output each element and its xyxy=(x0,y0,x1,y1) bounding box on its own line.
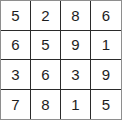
grid-cell-r2c3: 9 xyxy=(61,31,91,61)
grid-cell-r1c4: 6 xyxy=(91,1,121,31)
grid-cell-r1c1: 5 xyxy=(1,1,31,31)
grid-cell-r1c3: 8 xyxy=(61,1,91,31)
grid-cell-r4c4: 5 xyxy=(91,90,121,120)
number-grid-board: 5286659136397815 xyxy=(0,0,122,120)
grid-cell-r2c2: 5 xyxy=(31,31,61,61)
grid-cell-r1c2: 2 xyxy=(31,1,61,31)
grid-cell-r2c1: 6 xyxy=(1,31,31,61)
grid-cell-r4c3: 1 xyxy=(61,90,91,120)
grid-cell-r3c4: 9 xyxy=(91,60,121,90)
grid-cell-r4c2: 8 xyxy=(31,90,61,120)
grid-cell-r2c4: 1 xyxy=(91,31,121,61)
grid-cell-r4c1: 7 xyxy=(1,90,31,120)
grid-cell-r3c3: 3 xyxy=(61,60,91,90)
grid-cell-r3c1: 3 xyxy=(1,60,31,90)
grid-cell-r3c2: 6 xyxy=(31,60,61,90)
